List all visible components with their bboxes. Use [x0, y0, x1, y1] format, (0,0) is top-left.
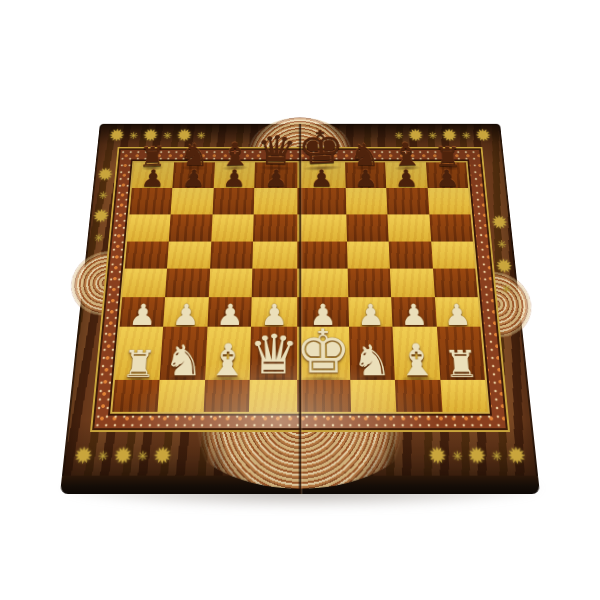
black-knight[interactable]: ♞ [349, 140, 380, 171]
square-h6[interactable] [429, 214, 473, 241]
square-c7[interactable] [212, 188, 254, 214]
square-c4[interactable] [209, 269, 253, 298]
square-a2[interactable]: ♜ [115, 327, 163, 380]
square-g4[interactable] [390, 269, 434, 298]
white-knight[interactable]: ♞ [352, 341, 393, 383]
sunburst-icon: ✹ [92, 207, 111, 225]
square-d1[interactable] [249, 380, 297, 412]
rosette-icon: ✳ [496, 239, 507, 250]
sunburst-icon: ✹ [506, 445, 527, 468]
sunburst-icon: ✹ [108, 127, 126, 144]
square-e6[interactable] [298, 214, 347, 241]
white-bishop[interactable]: ♝ [207, 339, 249, 383]
square-f1[interactable] [350, 380, 396, 412]
square-d7[interactable] [254, 188, 298, 214]
sunburst-ornament-row-bottom-right: ✹✳✹✳✹ [427, 445, 527, 468]
sunburst-ornament-row-bottom-left: ✹✳✹✳✹ [73, 445, 173, 468]
square-f7[interactable] [346, 188, 388, 214]
square-h3[interactable]: ♟ [435, 297, 481, 326]
square-g2[interactable]: ♝ [393, 327, 440, 380]
sunburst-icon: ✹ [427, 445, 447, 468]
square-e2[interactable]: ♚ [297, 327, 350, 380]
square-g3[interactable]: ♟ [391, 297, 436, 326]
sunburst-icon: ✹ [467, 445, 488, 468]
white-pawn[interactable]: ♟ [215, 300, 244, 329]
chess-case: ♟♟♟♟♟♟♟♟♟♟♟♟♟♟♟♟♜♞♝♛♚♞♝♜ ✹✳✹✳✹✳ ✹✳✹✳✹✳ ✹… [60, 62, 540, 494]
white-pawn[interactable]: ♟ [443, 300, 473, 329]
sunburst-icon: ✹ [495, 257, 514, 276]
rosette-icon: ✳ [137, 450, 149, 463]
black-queen[interactable]: ♛ [255, 130, 298, 171]
white-king[interactable]: ♚ [295, 322, 352, 382]
fold-seam-line [298, 124, 303, 494]
square-a4[interactable] [122, 269, 167, 298]
folding-board-case: ♟♟♟♟♟♟♟♟♟♟♟♟♟♟♟♟♜♞♝♛♚♞♝♜ ✹✳✹✳✹✳ ✹✳✹✳✹✳ ✹… [60, 124, 540, 494]
square-g7[interactable] [386, 188, 429, 214]
square-b2[interactable]: ♞ [160, 327, 207, 380]
sunburst-icon: ✹ [96, 166, 114, 183]
sunburst-icon: ✹ [73, 445, 94, 468]
square-f5[interactable] [347, 241, 390, 269]
square-b1[interactable] [158, 380, 205, 412]
white-rook[interactable]: ♜ [120, 345, 158, 382]
white-pawn[interactable]: ♟ [127, 300, 157, 329]
black-bishop[interactable]: ♝ [219, 138, 252, 171]
photo-stage: ♟♟♟♟♟♟♟♟♟♟♟♟♟♟♟♟♜♞♝♛♚♞♝♜ ✹✳✹✳✹✳ ✹✳✹✳✹✳ ✹… [0, 0, 600, 600]
square-d5[interactable] [252, 241, 297, 269]
sunburst-icon: ✹ [490, 214, 509, 232]
square-d6[interactable] [253, 214, 298, 241]
square-a1[interactable] [112, 380, 160, 412]
square-a5[interactable] [125, 241, 169, 269]
square-e4[interactable] [298, 269, 349, 298]
black-rook[interactable]: ♜ [138, 143, 166, 171]
square-h7[interactable] [427, 188, 470, 214]
rosette-icon: ✳ [93, 233, 104, 243]
sunburst-icon: ✹ [474, 127, 492, 144]
rosette-icon: ✳ [501, 284, 512, 295]
square-d4[interactable] [252, 269, 298, 298]
rosette-icon: ✳ [452, 450, 464, 463]
black-king[interactable]: ♚ [296, 124, 346, 171]
square-e7[interactable] [298, 188, 347, 214]
white-rook[interactable]: ♜ [443, 345, 481, 382]
square-f4[interactable] [348, 269, 392, 298]
white-knight[interactable]: ♞ [162, 341, 204, 383]
black-rook[interactable]: ♜ [433, 144, 461, 171]
square-b7[interactable] [171, 188, 214, 214]
square-b6[interactable] [169, 214, 212, 241]
square-f2[interactable]: ♞ [349, 327, 395, 380]
square-c3[interactable]: ♟ [207, 297, 251, 326]
square-e1[interactable] [297, 380, 351, 412]
rosette-icon: ✳ [491, 450, 503, 463]
square-c1[interactable] [203, 380, 249, 412]
white-pawn[interactable]: ♟ [399, 300, 428, 329]
square-e5[interactable] [298, 241, 348, 269]
white-bishop[interactable]: ♝ [395, 339, 438, 383]
white-pawn[interactable]: ♟ [171, 300, 200, 329]
square-f3[interactable]: ♟ [348, 297, 393, 326]
square-a7[interactable] [130, 188, 173, 214]
square-b3[interactable]: ♟ [163, 297, 208, 326]
black-bishop[interactable]: ♝ [388, 138, 424, 171]
square-g5[interactable] [389, 241, 433, 269]
square-h2[interactable]: ♜ [437, 327, 485, 380]
square-c6[interactable] [211, 214, 254, 241]
rosette-icon: ✳ [97, 450, 109, 463]
black-backrank-row: ♜♞♝♛♚♞♝♜ [131, 124, 469, 166]
square-c2[interactable]: ♝ [205, 327, 251, 380]
square-g1[interactable] [395, 380, 442, 412]
square-c5[interactable] [210, 241, 253, 269]
rosette-icon: ✳ [98, 190, 108, 200]
square-f6[interactable] [346, 214, 389, 241]
white-pawn[interactable]: ♟ [356, 300, 385, 329]
square-h5[interactable] [431, 241, 475, 269]
square-b4[interactable] [165, 269, 209, 298]
square-d2[interactable]: ♛ [250, 327, 298, 380]
square-h1[interactable] [440, 380, 488, 412]
sunburst-icon: ✹ [112, 445, 133, 468]
square-h4[interactable] [433, 269, 478, 298]
sunburst-icon: ✹ [152, 445, 172, 468]
white-queen[interactable]: ♛ [248, 328, 300, 383]
square-a3[interactable]: ♟ [120, 297, 166, 326]
square-g6[interactable] [388, 214, 431, 241]
square-a6[interactable] [127, 214, 171, 241]
black-knight[interactable]: ♞ [177, 140, 211, 171]
square-b5[interactable] [167, 241, 211, 269]
